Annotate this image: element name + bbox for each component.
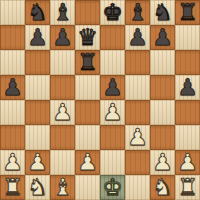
piece-black-pawn-a5[interactable]: ♟	[2, 75, 23, 100]
piece-white-knight-b1[interactable]: ♞	[27, 175, 48, 200]
square-c6[interactable]	[50, 50, 75, 75]
square-b5[interactable]	[25, 75, 50, 100]
square-e6[interactable]	[100, 50, 125, 75]
square-c3[interactable]	[50, 125, 75, 150]
square-g2[interactable]: ♟	[150, 150, 175, 175]
square-e4[interactable]: ♟	[100, 100, 125, 125]
square-e1[interactable]: ♚	[100, 175, 125, 200]
square-f5[interactable]	[125, 75, 150, 100]
piece-black-pawn-c7[interactable]: ♟	[52, 25, 73, 50]
piece-white-pawn-f3[interactable]: ♟	[127, 125, 148, 150]
piece-white-pawn-c4[interactable]: ♟	[52, 100, 73, 125]
square-b7[interactable]: ♟	[25, 25, 50, 50]
square-f1[interactable]	[125, 175, 150, 200]
piece-white-bishop-c1[interactable]: ♝	[52, 175, 73, 200]
square-b8[interactable]: ♞	[25, 0, 50, 25]
square-c7[interactable]: ♟	[50, 25, 75, 50]
square-a2[interactable]: ♟	[0, 150, 25, 175]
piece-white-king-e1[interactable]: ♚	[102, 175, 123, 200]
square-e2[interactable]	[100, 150, 125, 175]
square-d4[interactable]	[75, 100, 100, 125]
square-f8[interactable]: ♝	[125, 0, 150, 25]
square-b6[interactable]	[25, 50, 50, 75]
square-f3[interactable]: ♟	[125, 125, 150, 150]
square-b2[interactable]: ♟	[25, 150, 50, 175]
piece-white-pawn-h2[interactable]: ♟	[177, 150, 198, 175]
piece-white-pawn-d2[interactable]: ♟	[77, 150, 98, 175]
square-g7[interactable]: ♟	[150, 25, 175, 50]
square-d6[interactable]: ♜	[75, 50, 100, 75]
piece-white-pawn-e4[interactable]: ♟	[102, 100, 123, 125]
piece-black-queen-d7[interactable]: ♛	[77, 25, 98, 50]
piece-white-rook-a1[interactable]: ♜	[2, 175, 23, 200]
square-e3[interactable]	[100, 125, 125, 150]
square-b4[interactable]	[25, 100, 50, 125]
square-c4[interactable]: ♟	[50, 100, 75, 125]
square-f6[interactable]	[125, 50, 150, 75]
square-e7[interactable]	[100, 25, 125, 50]
square-a8[interactable]	[0, 0, 25, 25]
square-g1[interactable]: ♞	[150, 175, 175, 200]
square-a4[interactable]	[0, 100, 25, 125]
square-a6[interactable]	[0, 50, 25, 75]
square-h4[interactable]	[175, 100, 200, 125]
piece-white-rook-h1[interactable]: ♜	[177, 175, 198, 200]
square-g6[interactable]	[150, 50, 175, 75]
piece-black-pawn-h5[interactable]: ♟	[177, 75, 198, 100]
square-h1[interactable]: ♜	[175, 175, 200, 200]
square-h2[interactable]: ♟	[175, 150, 200, 175]
piece-black-knight-b8[interactable]: ♞	[27, 0, 48, 25]
square-h8[interactable]: ♜	[175, 0, 200, 25]
square-c1[interactable]: ♝	[50, 175, 75, 200]
square-g4[interactable]	[150, 100, 175, 125]
square-a3[interactable]	[0, 125, 25, 150]
square-h7[interactable]	[175, 25, 200, 50]
piece-white-pawn-b2[interactable]: ♟	[27, 150, 48, 175]
square-b1[interactable]: ♞	[25, 175, 50, 200]
square-g5[interactable]	[150, 75, 175, 100]
square-g8[interactable]: ♞	[150, 0, 175, 25]
piece-black-bishop-f8[interactable]: ♝	[127, 0, 148, 25]
piece-black-pawn-b7[interactable]: ♟	[27, 25, 48, 50]
piece-black-rook-h8[interactable]: ♜	[177, 0, 198, 25]
piece-black-bishop-c8[interactable]: ♝	[52, 0, 73, 25]
piece-black-pawn-e5[interactable]: ♟	[102, 75, 123, 100]
piece-white-pawn-a2[interactable]: ♟	[2, 150, 23, 175]
square-c2[interactable]	[50, 150, 75, 175]
square-d3[interactable]	[75, 125, 100, 150]
square-h5[interactable]: ♟	[175, 75, 200, 100]
square-b3[interactable]	[25, 125, 50, 150]
piece-black-king-e8[interactable]: ♚	[102, 0, 123, 25]
piece-black-pawn-f7[interactable]: ♟	[127, 25, 148, 50]
square-f2[interactable]	[125, 150, 150, 175]
piece-white-knight-g1[interactable]: ♞	[152, 175, 173, 200]
square-d7[interactable]: ♛	[75, 25, 100, 50]
square-d5[interactable]	[75, 75, 100, 100]
piece-white-pawn-g2[interactable]: ♟	[152, 150, 173, 175]
square-f7[interactable]: ♟	[125, 25, 150, 50]
piece-black-rook-d6[interactable]: ♜	[77, 50, 98, 75]
square-d8[interactable]	[75, 0, 100, 25]
chess-board: ♞♝♚♝♞♜♟♟♛♟♟♜♟♟♟♟♟♟♟♟♟♟♟♜♞♝♚♞♜	[0, 0, 200, 200]
square-e5[interactable]: ♟	[100, 75, 125, 100]
square-f4[interactable]	[125, 100, 150, 125]
piece-black-pawn-g7[interactable]: ♟	[152, 25, 173, 50]
square-h3[interactable]	[175, 125, 200, 150]
square-a5[interactable]: ♟	[0, 75, 25, 100]
square-h6[interactable]	[175, 50, 200, 75]
square-e8[interactable]: ♚	[100, 0, 125, 25]
square-d1[interactable]	[75, 175, 100, 200]
square-d2[interactable]: ♟	[75, 150, 100, 175]
square-a1[interactable]: ♜	[0, 175, 25, 200]
square-c8[interactable]: ♝	[50, 0, 75, 25]
piece-black-knight-g8[interactable]: ♞	[152, 0, 173, 25]
square-g3[interactable]	[150, 125, 175, 150]
square-c5[interactable]	[50, 75, 75, 100]
square-a7[interactable]	[0, 25, 25, 50]
